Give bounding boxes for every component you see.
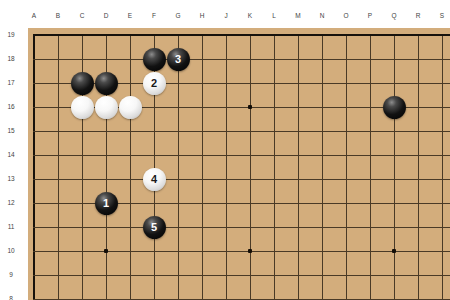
column-label: R <box>410 12 426 19</box>
row-label: 11 <box>3 223 19 230</box>
column-label: E <box>122 12 138 19</box>
stone-white-F13[interactable]: 4 <box>143 168 166 191</box>
column-label: P <box>362 12 378 19</box>
row-label: 12 <box>3 199 19 206</box>
row-label: 10 <box>3 247 19 254</box>
column-label: D <box>98 12 114 19</box>
stone-black-F18[interactable] <box>143 48 166 71</box>
stone-white-D16[interactable] <box>95 96 118 119</box>
column-label: H <box>194 12 210 19</box>
stone-black-F11[interactable]: 5 <box>143 216 166 239</box>
row-label: 8 <box>3 295 19 300</box>
stone-white-F17[interactable]: 2 <box>143 72 166 95</box>
column-label: N <box>314 12 330 19</box>
column-label: Q <box>386 12 402 19</box>
row-label: 13 <box>3 175 19 182</box>
stones-layer: 12345 <box>22 23 450 300</box>
column-label: C <box>74 12 90 19</box>
row-label: 18 <box>3 55 19 62</box>
move-number: 5 <box>151 222 157 233</box>
stone-white-E16[interactable] <box>119 96 142 119</box>
row-label: 15 <box>3 127 19 134</box>
column-label: A <box>26 12 42 19</box>
stone-black-C17[interactable] <box>71 72 94 95</box>
stone-white-C16[interactable] <box>71 96 94 119</box>
row-label: 14 <box>3 151 19 158</box>
move-number: 3 <box>175 54 181 65</box>
column-label: K <box>242 12 258 19</box>
column-label: F <box>146 12 162 19</box>
go-diagram: ABCDEFGHJKLMNOPQRS 191817161514131211109… <box>0 0 450 300</box>
column-label: B <box>50 12 66 19</box>
column-label: J <box>218 12 234 19</box>
column-label: M <box>290 12 306 19</box>
stone-black-Q16[interactable] <box>383 96 406 119</box>
stone-black-D12[interactable]: 1 <box>95 192 118 215</box>
move-number: 2 <box>151 78 157 89</box>
move-number: 4 <box>151 174 157 185</box>
stone-black-D17[interactable] <box>95 72 118 95</box>
column-label: L <box>266 12 282 19</box>
row-label: 17 <box>3 79 19 86</box>
goban[interactable]: 12345 <box>28 28 450 300</box>
move-number: 1 <box>103 198 109 209</box>
column-label: O <box>338 12 354 19</box>
row-label: 19 <box>3 31 19 38</box>
column-label: G <box>170 12 186 19</box>
column-label: S <box>434 12 450 19</box>
stone-black-G18[interactable]: 3 <box>167 48 190 71</box>
row-label: 16 <box>3 103 19 110</box>
row-label: 9 <box>3 271 19 278</box>
